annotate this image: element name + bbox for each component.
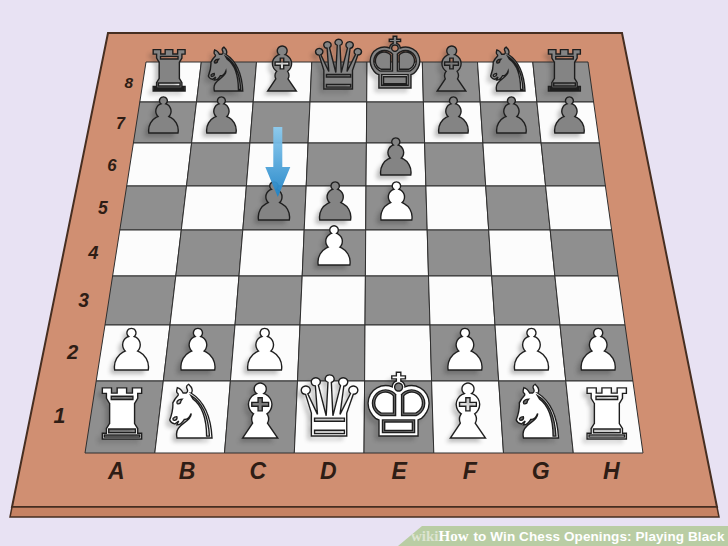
square-d5 <box>304 186 366 230</box>
square-b8 <box>197 62 257 102</box>
square-e7 <box>366 102 424 143</box>
square-b6 <box>187 143 250 186</box>
file-label-H: H <box>603 458 620 484</box>
square-h4 <box>550 230 618 276</box>
square-a5 <box>120 186 187 230</box>
square-f4 <box>427 230 492 276</box>
square-c7 <box>250 102 310 143</box>
square-e4 <box>365 230 428 276</box>
square-f8 <box>422 62 480 102</box>
square-f6 <box>425 143 486 186</box>
square-a4 <box>113 230 182 276</box>
square-e8 <box>367 62 424 102</box>
square-a2 <box>96 325 170 381</box>
brand-how: How <box>439 528 469 545</box>
square-g2 <box>495 325 566 381</box>
square-b4 <box>176 230 243 276</box>
square-b7 <box>192 102 254 143</box>
square-b2 <box>163 325 235 381</box>
square-d3 <box>300 276 365 325</box>
square-e2 <box>365 325 432 381</box>
square-e3 <box>365 276 430 325</box>
square-c1 <box>225 381 298 453</box>
rank-label-3: 3 <box>78 290 89 311</box>
square-h6 <box>541 143 605 186</box>
rank-label-7: 7 <box>116 114 126 132</box>
rank-label-8: 8 <box>125 74 134 91</box>
square-c2 <box>230 325 300 381</box>
square-g6 <box>483 143 546 186</box>
square-g5 <box>486 186 551 230</box>
square-g8 <box>478 62 537 102</box>
rank-label-2: 2 <box>66 341 79 363</box>
square-c3 <box>235 276 302 325</box>
square-f1 <box>432 381 504 453</box>
caption-text: to Win Chess Openings: Playing Black <box>474 529 725 544</box>
square-a7 <box>133 102 196 143</box>
square-d7 <box>308 102 367 143</box>
square-a6 <box>127 143 192 186</box>
square-c4 <box>239 230 304 276</box>
square-g3 <box>492 276 560 325</box>
square-c8 <box>253 62 312 102</box>
file-label-C: C <box>249 458 266 484</box>
square-g1 <box>499 381 574 453</box>
square-e1 <box>364 381 434 453</box>
file-label-B: B <box>179 458 196 484</box>
square-h7 <box>537 102 600 143</box>
square-b5 <box>181 186 246 230</box>
square-c6 <box>246 143 308 186</box>
square-e5 <box>366 186 428 230</box>
square-g7 <box>480 102 541 143</box>
square-h2 <box>560 325 633 381</box>
file-label-F: F <box>463 458 478 484</box>
square-a8 <box>140 62 202 102</box>
square-b1 <box>155 381 231 453</box>
file-label-D: D <box>320 458 337 484</box>
wikihow-chess-illustration: 87654321ABCDEFGH ♜♞♝♛♚♝♞♜♟♟♟♟♟♟♟♟♟♟♟♟♟♟♟… <box>0 0 728 546</box>
square-h1 <box>566 381 643 453</box>
square-d6 <box>306 143 366 186</box>
square-d4 <box>302 230 366 276</box>
rank-label-4: 4 <box>87 242 98 263</box>
square-b3 <box>170 276 239 325</box>
square-d1 <box>294 381 364 453</box>
square-a3 <box>105 276 176 325</box>
square-h3 <box>555 276 625 325</box>
square-c5 <box>243 186 306 230</box>
square-f5 <box>426 186 489 230</box>
square-f7 <box>423 102 483 143</box>
caption-bar: wikiHowto Win Chess Openings: Playing Bl… <box>398 526 728 546</box>
square-g4 <box>489 230 555 276</box>
square-h8 <box>533 62 594 102</box>
square-d8 <box>310 62 367 102</box>
square-e6 <box>366 143 426 186</box>
chess-board: 87654321ABCDEFGH <box>0 0 728 546</box>
rank-label-1: 1 <box>54 404 66 428</box>
rank-label-5: 5 <box>98 198 108 218</box>
rank-label-6: 6 <box>107 156 117 175</box>
square-d2 <box>298 325 366 381</box>
square-f2 <box>430 325 499 381</box>
square-h5 <box>546 186 612 230</box>
board-frame-edge <box>10 507 719 517</box>
file-label-A: A <box>107 458 125 484</box>
file-label-G: G <box>532 458 550 484</box>
file-label-E: E <box>392 458 408 484</box>
square-a1 <box>85 381 163 453</box>
square-f3 <box>429 276 496 325</box>
